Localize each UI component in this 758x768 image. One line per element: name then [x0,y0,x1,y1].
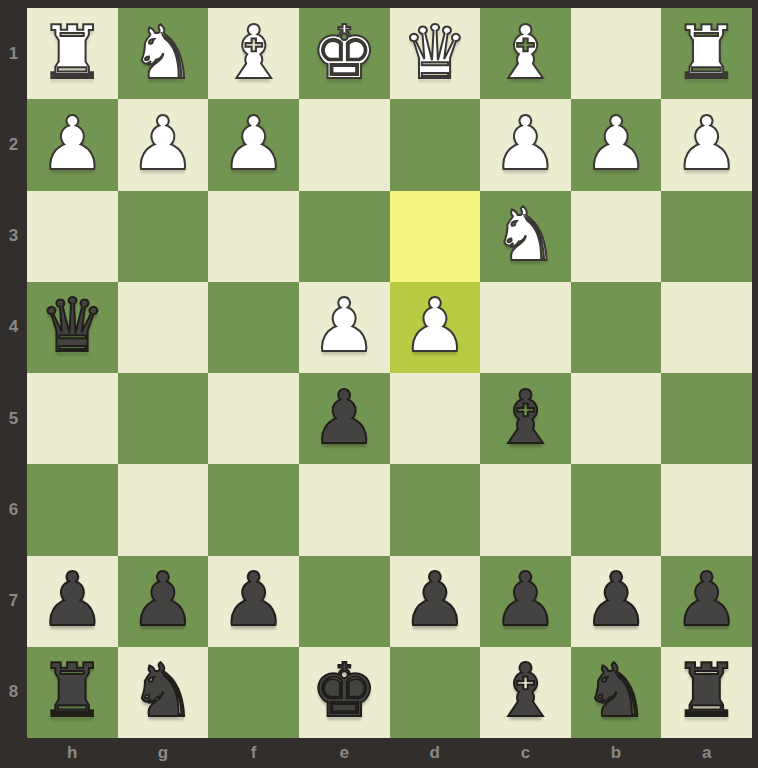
file-label-d: d [390,738,481,768]
square-a3[interactable] [661,191,752,282]
square-e1[interactable]: ♚ [299,8,390,99]
square-g6[interactable] [118,464,209,555]
square-h1[interactable]: ♜ [27,8,118,99]
square-b6[interactable] [571,464,662,555]
square-f3[interactable] [208,191,299,282]
square-d7[interactable]: ♟ [390,556,481,647]
square-a1[interactable]: ♜ [661,8,752,99]
square-c7[interactable]: ♟ [480,556,571,647]
square-e4[interactable]: ♟ [299,282,390,373]
square-c3[interactable]: ♞ [480,191,571,282]
black-rook[interactable]: ♜ [39,653,105,727]
black-rook[interactable]: ♜ [674,653,740,727]
square-d2[interactable] [390,99,481,190]
square-f5[interactable] [208,373,299,464]
file-label-h: h [27,738,118,768]
black-bishop[interactable]: ♝ [492,653,558,727]
black-pawn[interactable]: ♟ [311,380,377,454]
white-king[interactable]: ♚ [311,15,377,89]
square-d8[interactable] [390,647,481,738]
square-c8[interactable]: ♝ [480,647,571,738]
square-g1[interactable]: ♞ [118,8,209,99]
square-c1[interactable]: ♝ [480,8,571,99]
square-f8[interactable] [208,647,299,738]
white-pawn[interactable]: ♟ [130,106,196,180]
black-pawn[interactable]: ♟ [583,562,649,636]
square-h7[interactable]: ♟ [27,556,118,647]
white-pawn[interactable]: ♟ [39,106,105,180]
square-c6[interactable] [480,464,571,555]
square-e3[interactable] [299,191,390,282]
white-bishop[interactable]: ♝ [492,15,558,89]
square-d6[interactable] [390,464,481,555]
black-pawn[interactable]: ♟ [492,562,558,636]
black-knight[interactable]: ♞ [130,653,196,727]
white-pawn[interactable]: ♟ [492,106,558,180]
white-rook[interactable]: ♜ [674,15,740,89]
file-label-f: f [208,738,299,768]
square-e7[interactable] [299,556,390,647]
square-a5[interactable] [661,373,752,464]
square-a2[interactable]: ♟ [661,99,752,190]
black-pawn[interactable]: ♟ [39,562,105,636]
rank-label-7: 7 [0,556,27,647]
square-b5[interactable] [571,373,662,464]
file-label-a: a [661,738,752,768]
square-g7[interactable]: ♟ [118,556,209,647]
square-f2[interactable]: ♟ [208,99,299,190]
white-knight[interactable]: ♞ [130,15,196,89]
black-pawn[interactable]: ♟ [402,562,468,636]
white-queen[interactable]: ♛ [402,15,468,89]
square-e5[interactable]: ♟ [299,373,390,464]
square-h8[interactable]: ♜ [27,647,118,738]
square-g5[interactable] [118,373,209,464]
black-bishop[interactable]: ♝ [492,380,558,454]
rank-label-4: 4 [0,282,27,373]
white-knight[interactable]: ♞ [492,197,558,271]
square-h4[interactable]: ♛ [27,282,118,373]
square-e8[interactable]: ♚ [299,647,390,738]
white-pawn[interactable]: ♟ [311,288,377,362]
square-f4[interactable] [208,282,299,373]
rank-label-2: 2 [0,99,27,190]
square-c5[interactable]: ♝ [480,373,571,464]
white-bishop[interactable]: ♝ [220,15,286,89]
square-f7[interactable]: ♟ [208,556,299,647]
square-b4[interactable] [571,282,662,373]
square-b3[interactable] [571,191,662,282]
white-pawn[interactable]: ♟ [402,288,468,362]
square-b7[interactable]: ♟ [571,556,662,647]
square-h2[interactable]: ♟ [27,99,118,190]
file-labels: hgfedcba [27,738,752,768]
square-d4[interactable]: ♟ [390,282,481,373]
square-b8[interactable]: ♞ [571,647,662,738]
file-label-c: c [480,738,571,768]
file-label-b: b [571,738,662,768]
square-d5[interactable] [390,373,481,464]
chess-app-background: 12345678 ♜♞♝♚♛♝♜♟♟♟♟♟♟♞♛♟♟♟♝♟♟♟♟♟♟♟♜♞♚♝♞… [0,0,758,768]
square-a6[interactable] [661,464,752,555]
file-label-e: e [299,738,390,768]
white-pawn[interactable]: ♟ [583,106,649,180]
black-king[interactable]: ♚ [311,653,377,727]
square-g3[interactable] [118,191,209,282]
rank-label-1: 1 [0,8,27,99]
square-e2[interactable] [299,99,390,190]
white-pawn[interactable]: ♟ [674,106,740,180]
black-pawn[interactable]: ♟ [220,562,286,636]
square-b1[interactable] [571,8,662,99]
rank-label-5: 5 [0,373,27,464]
square-d1[interactable]: ♛ [390,8,481,99]
rank-label-6: 6 [0,464,27,555]
square-d3[interactable] [390,191,481,282]
black-pawn[interactable]: ♟ [130,562,196,636]
file-label-g: g [118,738,209,768]
square-c4[interactable] [480,282,571,373]
square-h3[interactable] [27,191,118,282]
square-h5[interactable] [27,373,118,464]
rank-label-8: 8 [0,647,27,738]
square-a4[interactable] [661,282,752,373]
square-g2[interactable]: ♟ [118,99,209,190]
square-g4[interactable] [118,282,209,373]
square-c2[interactable]: ♟ [480,99,571,190]
square-a8[interactable]: ♜ [661,647,752,738]
square-b2[interactable]: ♟ [571,99,662,190]
rank-labels: 12345678 [0,8,27,738]
rank-label-3: 3 [0,191,27,282]
white-pawn[interactable]: ♟ [220,106,286,180]
square-f6[interactable] [208,464,299,555]
black-knight[interactable]: ♞ [583,653,649,727]
white-rook[interactable]: ♜ [39,15,105,89]
square-a7[interactable]: ♟ [661,556,752,647]
black-queen[interactable]: ♛ [39,288,105,362]
square-e6[interactable] [299,464,390,555]
square-h6[interactable] [27,464,118,555]
chess-board: ♜♞♝♚♛♝♜♟♟♟♟♟♟♞♛♟♟♟♝♟♟♟♟♟♟♟♜♞♚♝♞♜ [27,8,752,738]
square-g8[interactable]: ♞ [118,647,209,738]
black-pawn[interactable]: ♟ [674,562,740,636]
square-f1[interactable]: ♝ [208,8,299,99]
